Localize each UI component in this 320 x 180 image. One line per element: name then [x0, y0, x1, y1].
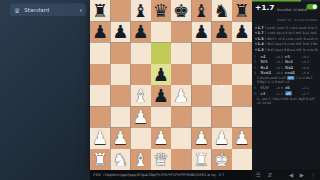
engine-info: Stockfish 16 NNUE Depth 18 · in local br… [277, 4, 304, 23]
square-a2[interactable]: ♟ [90, 128, 110, 149]
piece-black-bishop[interactable]: ♝ [193, 2, 209, 20]
square-g2[interactable]: ♟ [212, 128, 232, 149]
line-pv: 7.Bb3 dxe4 8.cxd4 Nf6 9.Nc3 Bb4 10.Bg5 O… [265, 42, 318, 46]
square-a4[interactable] [90, 85, 110, 106]
square-c4[interactable]: ♝ [131, 85, 151, 106]
piece-black-pawn[interactable]: ♟ [92, 23, 108, 41]
square-c3[interactable]: ♟ [131, 106, 151, 127]
black-move[interactable]: Nc6 [285, 60, 302, 65]
piece-black-rook[interactable]: ♜ [234, 2, 250, 20]
piece-black-queen[interactable]: ♛ [153, 2, 169, 20]
square-f3[interactable] [191, 106, 211, 127]
line-pv: 7.cxd4 dxc4 8.Nc3 Nf6 9.e5 Nd5 10.Qg4 Nx… [265, 31, 318, 35]
square-h8[interactable]: ♜ [232, 0, 252, 21]
square-g6[interactable] [212, 43, 232, 64]
engine-panel: +1.7 Stockfish 16 NNUE Depth 18 · in loc… [252, 0, 320, 180]
variation-text[interactable]: 6...dxc3 7.Nxc3 Nf6 8.e5 Ng8 9.Qf3 c6 10… [257, 97, 315, 105]
white-move-eval: +0.9 [276, 86, 286, 90]
black-move[interactable]: exd4 [285, 71, 302, 76]
fen-label: FEN [93, 173, 101, 177]
square-h6[interactable] [232, 43, 252, 64]
piece-black-rook[interactable]: ♜ [92, 2, 108, 20]
variant-label: Standard [24, 7, 75, 14]
white-move-eval: +0.2 [276, 55, 286, 59]
line-eval: +1.7 [255, 31, 263, 35]
square-c2[interactable] [131, 128, 151, 149]
square-c1[interactable]: ♝ [131, 149, 151, 170]
piece-white-rook[interactable]: ♜ [92, 150, 108, 168]
piece-black-pawn[interactable]: ♟ [133, 23, 149, 41]
white-move-eval: +0.1 [276, 60, 286, 64]
square-d4[interactable]: ♟ [151, 85, 171, 106]
square-b2[interactable]: ♟ [110, 128, 130, 149]
square-f4[interactable] [191, 85, 211, 106]
square-d1[interactable]: ♛ [151, 149, 171, 170]
square-e6[interactable] [171, 43, 191, 64]
square-f6[interactable] [191, 43, 211, 64]
black-move[interactable]: d5 [285, 91, 302, 96]
more-icon[interactable]: ⋮ [311, 172, 317, 178]
move-row-4: 4Nxd4+0.8exd4+0.9 [252, 70, 320, 76]
piece-white-pawn[interactable]: ♟ [92, 129, 108, 147]
square-e7[interactable] [171, 21, 191, 42]
line-pv: 7.Bd3 dxe4 8.Bxe4 Nf6 9.cxd4 Bd6 10.Nc3 … [265, 48, 318, 52]
line-eval: +1.7 [255, 26, 263, 30]
move-list: 1e4+0.2e5+0.22Nf3+0.1Nc6+0.23Bc4+0.1Nd4+… [252, 54, 320, 105]
black-move[interactable]: e5 [285, 54, 302, 59]
piece-white-pawn[interactable]: ♟ [234, 129, 250, 147]
black-move-eval: +0.2 [302, 60, 312, 64]
piece-white-bishop[interactable]: ♝ [133, 150, 149, 168]
prev-move-icon[interactable]: ◀ [289, 172, 293, 178]
square-e5[interactable] [171, 64, 191, 85]
square-g8[interactable]: ♞ [212, 0, 232, 21]
piece-black-pawn[interactable]: ♟ [234, 23, 250, 41]
piece-white-pawn[interactable]: ♟ [193, 129, 209, 147]
piece-black-pawn[interactable]: ♟ [153, 65, 169, 83]
square-b1[interactable]: ♞ [110, 149, 130, 170]
square-h1[interactable] [232, 149, 252, 170]
square-d7[interactable] [151, 21, 171, 42]
square-a3[interactable] [90, 106, 110, 127]
square-f7[interactable]: ♟ [191, 21, 211, 42]
fen-value[interactable]: r1bqkbnr/ppp2ppp/8/3p4/2BpP3/2P5/PP1P1PP… [103, 173, 249, 177]
piece-white-rook[interactable]: ♜ [193, 150, 209, 168]
move-row-6: 6c3+1.1d5+1.7 [252, 91, 320, 97]
square-g1[interactable]: ♚ [212, 149, 232, 170]
chess-board[interactable]: ♜♝♛♚♝♞♜♟♟♟♟♟♟♟♝♟♟♟♟♟♟♟♟♟♜♞♝♛♜♚ [90, 0, 252, 170]
piece-white-bishop[interactable]: ♝ [133, 87, 149, 105]
black-move-eval: +0.8 [302, 66, 312, 70]
white-move[interactable]: Nf3 [261, 60, 276, 65]
square-b3[interactable] [110, 106, 130, 127]
engine-eval: +1.7 [255, 4, 275, 12]
square-g4[interactable] [212, 85, 232, 106]
piece-black-pawn[interactable]: ♟ [112, 23, 128, 41]
piece-black-pawn[interactable]: ♟ [214, 23, 230, 41]
piece-white-pawn[interactable]: ♟ [153, 129, 169, 147]
black-move[interactable]: Nd4 [285, 65, 302, 70]
piece-black-pawn[interactable]: ♟ [193, 23, 209, 41]
piece-white-king[interactable]: ♚ [214, 150, 230, 168]
black-move-eval: +0.9 [302, 71, 312, 75]
piece-white-pawn[interactable]: ♟ [173, 87, 189, 105]
variation-line[interactable]: 5.Nxd4 exd4 6.d3 Nf6 7.O-O Be7 8.Bg5 O-O… [257, 76, 318, 84]
square-h3[interactable] [232, 106, 252, 127]
square-e2[interactable] [171, 128, 191, 149]
piece-black-king[interactable]: ♚ [173, 2, 189, 20]
analysis-page: ♕ Standard ▾ ♜♝♛♚♝♞♜♟♟♟♟♟♟♟♝♟♟♟♟♟♟♟♟♟♜♞♝… [0, 0, 320, 180]
square-e4[interactable]: ♟ [171, 85, 191, 106]
square-b4[interactable] [110, 85, 130, 106]
next-move-icon[interactable]: ▶ [300, 172, 304, 178]
engine-status: Depth 18 · in local browser [277, 18, 317, 22]
piece-black-pawn[interactable]: ♟ [153, 87, 169, 105]
white-move-eval: +0.1 [276, 66, 286, 70]
square-h5[interactable] [232, 64, 252, 85]
white-move[interactable]: Nxd4 [261, 71, 276, 76]
square-g3[interactable] [212, 106, 232, 127]
cursor-dot [221, 85, 224, 88]
line-eval: +1.3 [255, 48, 263, 52]
variant-select[interactable]: ♕ Standard ▾ [10, 4, 86, 17]
square-a5[interactable] [90, 64, 110, 85]
panel-toolbar: ☰⇵◀▶⋮ [252, 169, 320, 180]
square-b6[interactable] [110, 43, 130, 64]
square-h4[interactable] [232, 85, 252, 106]
piece-white-queen[interactable]: ♛ [153, 150, 169, 168]
square-f8[interactable]: ♝ [191, 0, 211, 21]
black-move-eval: +0.2 [302, 55, 312, 59]
square-h2[interactable]: ♟ [232, 128, 252, 149]
engine-name: Stockfish 16 NNUE [277, 8, 307, 12]
line-eval: +1.5 [255, 37, 263, 41]
line-eval: +1.4 [255, 42, 263, 46]
square-c7[interactable]: ♟ [131, 21, 151, 42]
piece-white-pawn[interactable]: ♟ [214, 129, 230, 147]
square-b8[interactable] [110, 0, 130, 21]
line-pv: 7.exd5 Qxd5 8.cxd4 Qxd4 9.Nc3 Nf6 10.d3 … [265, 26, 318, 30]
square-f2[interactable]: ♟ [191, 128, 211, 149]
square-f5[interactable] [191, 64, 211, 85]
square-d3[interactable] [151, 106, 171, 127]
square-a6[interactable] [90, 43, 110, 64]
square-a8[interactable]: ♜ [90, 0, 110, 21]
white-move[interactable]: O-O [261, 86, 276, 91]
square-e3[interactable] [171, 106, 191, 127]
variation-line[interactable]: 6...dxc3 7.Nxc3 Nf6 8.e5 Ng8 9.Qf3 c6 10… [257, 97, 318, 105]
engine-toggle[interactable] [307, 4, 318, 10]
menu-icon[interactable]: ☰ [256, 172, 261, 178]
black-move[interactable]: d6 [285, 86, 302, 91]
toggle-knob [313, 5, 318, 10]
white-move-eval: +1.1 [276, 92, 286, 96]
square-b5[interactable] [110, 64, 130, 85]
square-d6[interactable] [151, 43, 171, 64]
white-move[interactable]: e4 [261, 54, 276, 59]
square-g7[interactable]: ♟ [212, 21, 232, 42]
black-move-eval: +1.2 [302, 86, 312, 90]
square-e8[interactable]: ♚ [171, 0, 191, 21]
square-a1[interactable]: ♜ [90, 149, 110, 170]
black-move-eval: +1.7 [302, 92, 312, 96]
square-d5[interactable]: ♟ [151, 64, 171, 85]
white-move-eval: +0.8 [276, 71, 286, 75]
square-c5[interactable] [131, 64, 151, 85]
square-h7[interactable]: ♟ [232, 21, 252, 42]
white-move[interactable]: Bc4 [261, 65, 276, 70]
piece-black-bishop[interactable]: ♝ [133, 2, 149, 20]
square-g5[interactable] [212, 64, 232, 85]
flip-board-icon[interactable]: ⇵ [267, 172, 272, 178]
crown-icon: ♕ [14, 6, 20, 13]
engine-header: +1.7 Stockfish 16 NNUE Depth 18 · in loc… [252, 2, 320, 24]
piece-white-pawn[interactable]: ♟ [112, 129, 128, 147]
piece-white-pawn[interactable]: ♟ [133, 108, 149, 126]
fen-bar: FEN r1bqkbnr/ppp2ppp/8/3p4/2BpP3/2P5/PP1… [90, 170, 252, 180]
piece-white-knight[interactable]: ♞ [112, 150, 128, 168]
square-c6[interactable] [131, 43, 151, 64]
square-a7[interactable]: ♟ [90, 21, 110, 42]
white-move[interactable]: c3 [261, 91, 276, 96]
engine-line-5[interactable]: +1.37.Bd3 dxe4 8.Bxe4 Nf6 9.cxd4 Bd6 10.… [252, 47, 320, 53]
square-b7[interactable]: ♟ [110, 21, 130, 42]
square-d8[interactable]: ♛ [151, 0, 171, 21]
piece-black-knight[interactable]: ♞ [214, 2, 230, 20]
engine-lines: +1.77.exd5 Qxd5 8.cxd4 Qxd4 9.Nc3 Nf6 10… [252, 25, 320, 53]
square-e1[interactable] [171, 149, 191, 170]
square-c8[interactable]: ♝ [131, 0, 151, 21]
square-f1[interactable]: ♜ [191, 149, 211, 170]
square-d2[interactable]: ♟ [151, 128, 171, 149]
chevron-down-icon: ▾ [80, 7, 82, 12]
line-pv: 7.Bb5+ c6 8.cxd4 cxb5 9.exd5 Nf6 10.Nc3 … [265, 37, 318, 41]
